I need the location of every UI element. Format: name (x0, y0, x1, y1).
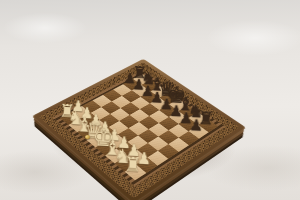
chess-set-photo: ♜♞♝♛♚♝♞♜♟♟♟♟♟♟♟♟♟♟♟♟♟♟♟♟♜♞♝♛♚♝♞♜ (0, 0, 300, 200)
black-pawn-h7: ♟ (184, 118, 209, 134)
white-rook-h1: ♜ (119, 154, 146, 175)
brass-latch-icon (85, 135, 90, 139)
